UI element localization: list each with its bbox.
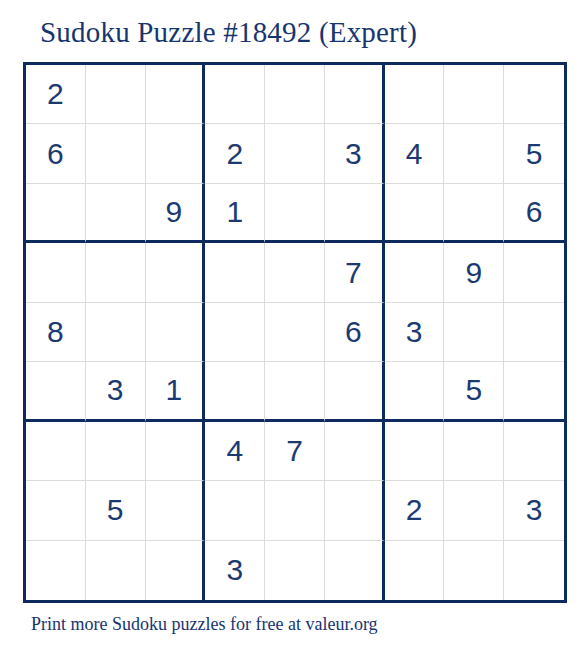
cell-r3c9[interactable]: 6 bbox=[504, 184, 564, 243]
cell-r7c4[interactable]: 4 bbox=[205, 422, 265, 481]
cell-r6c8[interactable]: 5 bbox=[444, 362, 504, 421]
cell-r6c6[interactable] bbox=[325, 362, 385, 421]
cell-r2c5[interactable] bbox=[265, 124, 325, 183]
cell-r6c1[interactable] bbox=[26, 362, 86, 421]
cell-r7c2[interactable] bbox=[86, 422, 146, 481]
cell-r5c9[interactable] bbox=[504, 303, 564, 362]
cell-r6c3[interactable]: 1 bbox=[146, 362, 206, 421]
cell-r8c8[interactable] bbox=[444, 481, 504, 540]
cell-r1c3[interactable] bbox=[146, 65, 206, 124]
cell-r3c6[interactable] bbox=[325, 184, 385, 243]
cell-r5c8[interactable] bbox=[444, 303, 504, 362]
cell-r9c5[interactable] bbox=[265, 541, 325, 600]
cell-r5c2[interactable] bbox=[86, 303, 146, 362]
cell-r8c2[interactable]: 5 bbox=[86, 481, 146, 540]
cell-r4c3[interactable] bbox=[146, 243, 206, 302]
cell-r7c1[interactable] bbox=[26, 422, 86, 481]
cell-r7c7[interactable] bbox=[385, 422, 445, 481]
cell-r2c2[interactable] bbox=[86, 124, 146, 183]
cell-r4c8[interactable]: 9 bbox=[444, 243, 504, 302]
cell-r3c7[interactable] bbox=[385, 184, 445, 243]
cell-r8c6[interactable] bbox=[325, 481, 385, 540]
cell-r4c2[interactable] bbox=[86, 243, 146, 302]
cell-r2c6[interactable]: 3 bbox=[325, 124, 385, 183]
cell-r6c2[interactable]: 3 bbox=[86, 362, 146, 421]
cell-r9c3[interactable] bbox=[146, 541, 206, 600]
cell-r9c4[interactable]: 3 bbox=[205, 541, 265, 600]
cell-r7c3[interactable] bbox=[146, 422, 206, 481]
cell-r6c9[interactable] bbox=[504, 362, 564, 421]
cell-r8c5[interactable] bbox=[265, 481, 325, 540]
cell-r1c4[interactable] bbox=[205, 65, 265, 124]
cell-r4c5[interactable] bbox=[265, 243, 325, 302]
cell-r2c1[interactable]: 6 bbox=[26, 124, 86, 183]
cell-r5c5[interactable] bbox=[265, 303, 325, 362]
cell-r8c9[interactable]: 3 bbox=[504, 481, 564, 540]
cell-r1c1[interactable]: 2 bbox=[26, 65, 86, 124]
cell-r5c6[interactable]: 6 bbox=[325, 303, 385, 362]
cell-r3c2[interactable] bbox=[86, 184, 146, 243]
cell-r4c6[interactable]: 7 bbox=[325, 243, 385, 302]
cell-r3c4[interactable]: 1 bbox=[205, 184, 265, 243]
cell-r9c9[interactable] bbox=[504, 541, 564, 600]
cell-r4c4[interactable] bbox=[205, 243, 265, 302]
cell-r9c2[interactable] bbox=[86, 541, 146, 600]
cell-r6c7[interactable] bbox=[385, 362, 445, 421]
cell-r2c7[interactable]: 4 bbox=[385, 124, 445, 183]
cell-r1c9[interactable] bbox=[504, 65, 564, 124]
cell-r5c1[interactable]: 8 bbox=[26, 303, 86, 362]
cell-r4c7[interactable] bbox=[385, 243, 445, 302]
cell-r1c6[interactable] bbox=[325, 65, 385, 124]
cell-r2c9[interactable]: 5 bbox=[504, 124, 564, 183]
sudoku-board: 26234591679863315475233 bbox=[23, 62, 567, 603]
cell-r8c1[interactable] bbox=[26, 481, 86, 540]
cell-r9c7[interactable] bbox=[385, 541, 445, 600]
cell-r8c3[interactable] bbox=[146, 481, 206, 540]
cell-r7c6[interactable] bbox=[325, 422, 385, 481]
cell-r5c3[interactable] bbox=[146, 303, 206, 362]
cell-r7c9[interactable] bbox=[504, 422, 564, 481]
footer-text: Print more Sudoku puzzles for free at va… bbox=[31, 614, 378, 635]
cell-r7c5[interactable]: 7 bbox=[265, 422, 325, 481]
page-title: Sudoku Puzzle #18492 (Expert) bbox=[40, 16, 417, 49]
cell-r1c8[interactable] bbox=[444, 65, 504, 124]
cell-r5c4[interactable] bbox=[205, 303, 265, 362]
cell-r9c8[interactable] bbox=[444, 541, 504, 600]
cell-r1c7[interactable] bbox=[385, 65, 445, 124]
cell-r9c6[interactable] bbox=[325, 541, 385, 600]
cell-r8c7[interactable]: 2 bbox=[385, 481, 445, 540]
cell-r8c4[interactable] bbox=[205, 481, 265, 540]
cell-r4c9[interactable] bbox=[504, 243, 564, 302]
cell-r1c5[interactable] bbox=[265, 65, 325, 124]
cell-r6c5[interactable] bbox=[265, 362, 325, 421]
cell-r3c5[interactable] bbox=[265, 184, 325, 243]
cell-r2c8[interactable] bbox=[444, 124, 504, 183]
cell-r9c1[interactable] bbox=[26, 541, 86, 600]
cell-r3c3[interactable]: 9 bbox=[146, 184, 206, 243]
cell-r7c8[interactable] bbox=[444, 422, 504, 481]
cell-r1c2[interactable] bbox=[86, 65, 146, 124]
cell-r2c4[interactable]: 2 bbox=[205, 124, 265, 183]
cell-r2c3[interactable] bbox=[146, 124, 206, 183]
cell-r4c1[interactable] bbox=[26, 243, 86, 302]
cell-r5c7[interactable]: 3 bbox=[385, 303, 445, 362]
cell-r6c4[interactable] bbox=[205, 362, 265, 421]
cell-r3c8[interactable] bbox=[444, 184, 504, 243]
cell-r3c1[interactable] bbox=[26, 184, 86, 243]
